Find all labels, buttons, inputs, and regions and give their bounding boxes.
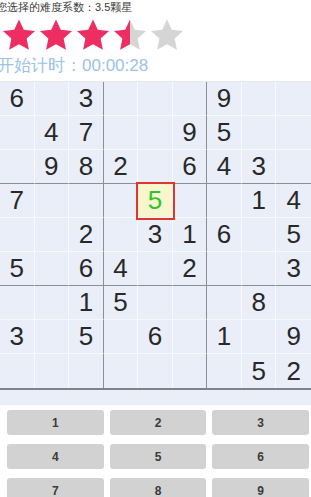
sudoku-cell[interactable]: 4 (207, 150, 242, 184)
sudoku-cell[interactable]: 5 (104, 286, 139, 320)
sudoku-cell[interactable]: 3 (69, 82, 104, 116)
sudoku-cell[interactable] (242, 116, 277, 150)
sudoku-cell[interactable]: 9 (173, 116, 208, 150)
keypad-button-6[interactable]: 6 (212, 444, 309, 469)
difficulty-label: 您选择的难度系数：3.5颗星 (0, 1, 311, 14)
sudoku-cell[interactable] (173, 82, 208, 116)
sudoku-cell[interactable]: 9 (207, 82, 242, 116)
star-filled-icon (75, 17, 111, 53)
sudoku-cell[interactable]: 7 (0, 184, 35, 218)
star-filled-icon (38, 17, 74, 53)
sudoku-cell[interactable]: 2 (104, 150, 139, 184)
sudoku-cell[interactable] (173, 354, 208, 388)
sudoku-cell[interactable] (0, 116, 35, 150)
keypad-button-4[interactable]: 4 (7, 444, 104, 469)
sudoku-cell[interactable]: 2 (276, 354, 311, 388)
sudoku-cell[interactable] (104, 82, 139, 116)
sudoku-cell[interactable] (104, 184, 139, 218)
keypad-button-5[interactable]: 5 (110, 444, 207, 469)
sudoku-cell[interactable]: 5 (242, 354, 277, 388)
timer-label: 开始计时： (0, 56, 82, 75)
sudoku-cell[interactable]: 1 (242, 184, 277, 218)
sudoku-app: 您选择的难度系数：3.5颗星 开始计时：00:00:28 63947959826… (0, 1, 311, 497)
sudoku-cell[interactable] (276, 150, 311, 184)
keypad-button-7[interactable]: 7 (7, 478, 104, 497)
number-keypad: 123456789 (0, 405, 311, 497)
sudoku-cell[interactable] (242, 252, 277, 286)
sudoku-cell[interactable] (35, 82, 70, 116)
sudoku-cell[interactable] (138, 116, 173, 150)
sudoku-cell[interactable] (242, 218, 277, 252)
timer: 开始计时：00:00:28 (0, 56, 311, 76)
star-empty-icon (149, 17, 185, 53)
sudoku-cell[interactable] (35, 286, 70, 320)
sudoku-cell[interactable]: 8 (69, 150, 104, 184)
sudoku-cell[interactable]: 2 (173, 252, 208, 286)
sudoku-cell[interactable]: 6 (69, 252, 104, 286)
keypad-button-3[interactable]: 3 (212, 410, 309, 435)
sudoku-cell[interactable] (173, 184, 208, 218)
sudoku-cell[interactable]: 4 (35, 116, 70, 150)
sudoku-cell[interactable] (242, 320, 277, 354)
sudoku-cell[interactable]: 5 (0, 252, 35, 286)
sudoku-cell[interactable]: 8 (242, 286, 277, 320)
sudoku-cell[interactable] (0, 354, 35, 388)
sudoku-cell[interactable] (207, 286, 242, 320)
sudoku-cell[interactable] (207, 184, 242, 218)
sudoku-cell[interactable] (69, 184, 104, 218)
sudoku-cell[interactable] (35, 252, 70, 286)
sudoku-cell[interactable] (207, 354, 242, 388)
sudoku-cell[interactable] (0, 286, 35, 320)
sudoku-cell[interactable]: 2 (69, 218, 104, 252)
board-footer-band (0, 390, 311, 405)
sudoku-cell[interactable] (138, 150, 173, 184)
sudoku-cell[interactable]: 3 (242, 150, 277, 184)
sudoku-cell[interactable] (104, 354, 139, 388)
sudoku-cell[interactable] (138, 82, 173, 116)
sudoku-cell[interactable]: 6 (138, 320, 173, 354)
sudoku-cell[interactable]: 9 (35, 150, 70, 184)
sudoku-cell[interactable]: 5 (276, 218, 311, 252)
sudoku-cell[interactable]: 7 (69, 116, 104, 150)
keypad-button-9[interactable]: 9 (212, 478, 309, 497)
sudoku-cell[interactable]: 3 (0, 320, 35, 354)
sudoku-cell[interactable]: 4 (276, 184, 311, 218)
sudoku-cell[interactable]: 5 (69, 320, 104, 354)
sudoku-cell[interactable] (104, 116, 139, 150)
star-filled-icon (112, 17, 148, 53)
sudoku-cell[interactable] (207, 252, 242, 286)
sudoku-cell[interactable] (276, 82, 311, 116)
sudoku-cell[interactable]: 1 (207, 320, 242, 354)
sudoku-cell[interactable] (35, 218, 70, 252)
sudoku-cell[interactable] (138, 354, 173, 388)
sudoku-cell[interactable]: 9 (276, 320, 311, 354)
sudoku-cell[interactable] (35, 184, 70, 218)
sudoku-cell[interactable] (276, 116, 311, 150)
sudoku-cell[interactable] (138, 286, 173, 320)
sudoku-cell[interactable] (242, 82, 277, 116)
sudoku-cell[interactable]: 3 (276, 252, 311, 286)
keypad-button-1[interactable]: 1 (7, 410, 104, 435)
sudoku-cell[interactable] (69, 354, 104, 388)
sudoku-cell-selected[interactable]: 5 (138, 184, 173, 218)
sudoku-cell[interactable]: 5 (207, 116, 242, 150)
timer-value: 00:00:28 (82, 56, 148, 75)
sudoku-cell[interactable]: 3 (138, 218, 173, 252)
sudoku-cell[interactable] (0, 218, 35, 252)
keypad-button-2[interactable]: 2 (110, 410, 207, 435)
sudoku-cell[interactable]: 1 (69, 286, 104, 320)
sudoku-cell[interactable] (138, 252, 173, 286)
keypad-button-8[interactable]: 8 (110, 478, 207, 497)
sudoku-cell[interactable] (276, 286, 311, 320)
sudoku-cell[interactable]: 6 (207, 218, 242, 252)
sudoku-cell[interactable]: 6 (173, 150, 208, 184)
sudoku-cell[interactable] (35, 354, 70, 388)
sudoku-cell[interactable] (173, 320, 208, 354)
sudoku-cell[interactable] (35, 320, 70, 354)
difficulty-star-rating (0, 15, 311, 55)
sudoku-cell[interactable] (104, 320, 139, 354)
sudoku-board: 6394795982643751423165564231583561952 (0, 81, 311, 390)
sudoku-cell[interactable]: 1 (173, 218, 208, 252)
star-filled-icon (1, 17, 37, 53)
sudoku-cell[interactable]: 6 (0, 82, 35, 116)
sudoku-cell[interactable] (173, 286, 208, 320)
sudoku-cell[interactable] (0, 150, 35, 184)
sudoku-cell[interactable]: 4 (104, 252, 139, 286)
sudoku-cell[interactable] (104, 218, 139, 252)
